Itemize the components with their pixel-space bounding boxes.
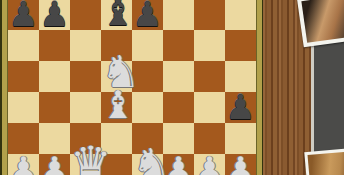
white-pawn-b2[interactable]: ♟	[39, 153, 70, 175]
square-a4[interactable]	[8, 92, 39, 123]
square-b4[interactable]	[39, 92, 70, 123]
black-bishop-d7[interactable]: ♝	[101, 0, 132, 30]
player-portrait-image	[308, 151, 344, 175]
chess-board[interactable]: ♟♟♝♟♞♝♟♟♟♛♞♟♟♟	[0, 0, 263, 175]
square-c6[interactable]	[70, 30, 101, 61]
square-g6[interactable]	[194, 30, 225, 61]
square-f6[interactable]	[163, 30, 194, 61]
white-pawn-f2[interactable]: ♟	[163, 153, 194, 175]
square-c7[interactable]	[70, 0, 101, 30]
black-pawn-e7[interactable]: ♟	[132, 0, 163, 30]
square-f5[interactable]	[163, 61, 194, 92]
white-queen-c2[interactable]: ♛	[70, 142, 101, 175]
white-knight-e2[interactable]: ♞	[132, 144, 163, 175]
square-c5[interactable]	[70, 61, 101, 92]
square-f4[interactable]	[163, 92, 194, 123]
square-g7[interactable]	[194, 0, 225, 30]
square-b6[interactable]	[39, 30, 70, 61]
square-g5[interactable]	[194, 61, 225, 92]
square-f7[interactable]	[163, 0, 194, 30]
black-pawn-h4[interactable]: ♟	[225, 91, 256, 123]
white-pawn-a2[interactable]: ♟	[8, 153, 39, 175]
square-h6[interactable]	[225, 30, 256, 61]
square-c4[interactable]	[70, 92, 101, 123]
black-pawn-b7[interactable]: ♟	[39, 0, 70, 30]
white-bishop-d4[interactable]: ♝	[101, 87, 132, 123]
square-b5[interactable]	[39, 61, 70, 92]
black-pawn-a7[interactable]: ♟	[8, 0, 39, 30]
square-a5[interactable]	[8, 61, 39, 92]
square-h7[interactable]	[225, 0, 256, 30]
opponent-portrait-image	[301, 0, 344, 43]
player-portrait-photo	[304, 148, 344, 175]
square-g4[interactable]	[194, 92, 225, 123]
white-pawn-h2[interactable]: ♟	[225, 153, 256, 175]
square-a6[interactable]	[8, 30, 39, 61]
game-screen: ♟♟♝♟♞♝♟♟♟♛♞♟♟♟	[0, 0, 344, 175]
opponent-portrait-photo	[297, 0, 344, 47]
white-pawn-g2[interactable]: ♟	[194, 153, 225, 175]
